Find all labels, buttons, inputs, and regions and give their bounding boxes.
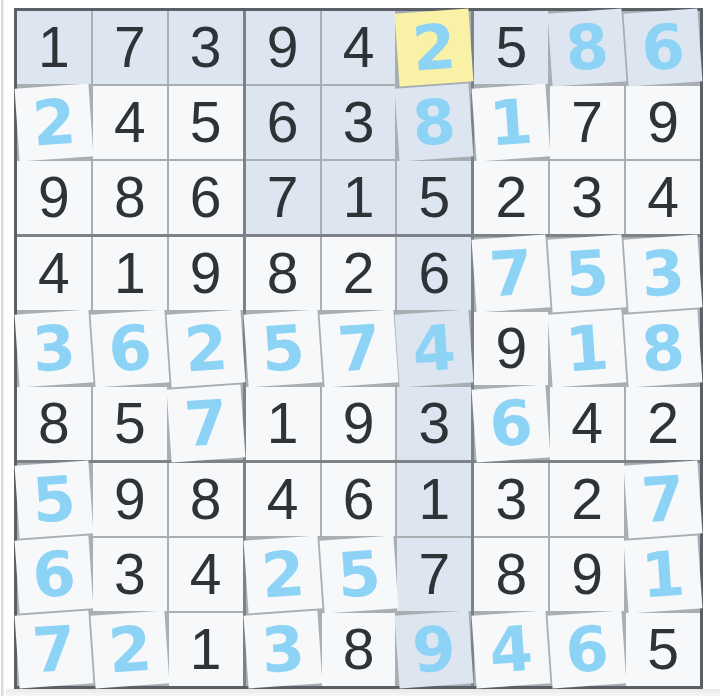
cell-r7c1[interactable]: 5 (15, 461, 94, 539)
cell-r1c8[interactable]: 8 (548, 9, 627, 87)
cell-r4c8[interactable]: 5 (548, 235, 627, 313)
cell-r9c5[interactable]: 8 (322, 613, 396, 686)
cell-r9c3[interactable]: 1 (169, 613, 243, 686)
cell-r9c7[interactable]: 4 (472, 611, 551, 689)
cell-r2c7[interactable]: 1 (472, 84, 551, 162)
cell-r5c7[interactable]: 9 (474, 312, 548, 385)
cell-r1c7[interactable]: 5 (474, 11, 548, 84)
cell-r5c9[interactable]: 8 (624, 310, 703, 388)
cell-r1c4[interactable]: 9 (246, 11, 320, 84)
cell-r2c3[interactable]: 5 (169, 86, 243, 159)
cell-r5c1[interactable]: 3 (15, 310, 94, 388)
cell-r5c6[interactable]: 4 (395, 310, 474, 388)
board-block-5: 826574193 (246, 237, 472, 460)
cell-r3c8[interactable]: 3 (550, 161, 624, 234)
cell-r9c4[interactable]: 3 (243, 611, 322, 689)
cell-r6c8[interactable]: 4 (550, 387, 624, 460)
cell-r9c9[interactable]: 5 (626, 613, 700, 686)
cell-r2c8[interactable]: 7 (550, 86, 624, 159)
board-block-3: 586179234 (474, 11, 700, 234)
cell-r4c7[interactable]: 7 (472, 235, 551, 313)
cell-r7c5[interactable]: 6 (322, 463, 396, 536)
cell-r1c3[interactable]: 3 (169, 11, 243, 84)
cell-r2c2[interactable]: 4 (93, 86, 167, 159)
board-block-7: 598634721 (17, 463, 243, 686)
cell-r7c4[interactable]: 4 (246, 463, 320, 536)
cell-r1c5[interactable]: 4 (322, 11, 396, 84)
cell-r3c1[interactable]: 9 (17, 161, 91, 234)
cell-r5c5[interactable]: 7 (319, 310, 398, 388)
sudoku-board: 173245986 942638715 586179234 419362857 … (14, 8, 703, 689)
cell-r3c4[interactable]: 7 (246, 161, 320, 234)
cell-r6c4[interactable]: 1 (246, 387, 320, 460)
cell-r3c2[interactable]: 8 (93, 161, 167, 234)
cell-r7c9[interactable]: 7 (624, 461, 703, 539)
cell-r3c5[interactable]: 1 (322, 161, 396, 234)
cell-r8c6[interactable]: 7 (397, 538, 471, 611)
cell-r4c1[interactable]: 4 (17, 237, 91, 310)
page-bottom-shadow (6, 689, 720, 696)
cell-r8c1[interactable]: 6 (15, 536, 94, 614)
cell-r7c2[interactable]: 9 (93, 463, 167, 536)
cell-r8c7[interactable]: 8 (474, 538, 548, 611)
cell-r4c9[interactable]: 3 (624, 235, 703, 313)
cell-r6c2[interactable]: 5 (93, 387, 167, 460)
cell-r7c6[interactable]: 1 (397, 463, 471, 536)
cell-r1c1[interactable]: 1 (17, 11, 91, 84)
cell-r8c2[interactable]: 3 (93, 538, 167, 611)
cell-r5c4[interactable]: 5 (243, 310, 322, 388)
cell-r9c2[interactable]: 2 (90, 611, 169, 689)
cell-r4c5[interactable]: 2 (322, 237, 396, 310)
cell-r7c8[interactable]: 2 (550, 463, 624, 536)
cell-r6c1[interactable]: 8 (17, 387, 91, 460)
cell-r3c6[interactable]: 5 (397, 161, 471, 234)
cell-r8c5[interactable]: 5 (319, 536, 398, 614)
cell-r2c5[interactable]: 3 (322, 86, 396, 159)
cell-r8c4[interactable]: 2 (243, 536, 322, 614)
cell-r9c8[interactable]: 6 (548, 611, 627, 689)
board-block-2: 942638715 (246, 11, 472, 234)
cell-r8c9[interactable]: 1 (624, 536, 703, 614)
cell-r6c9[interactable]: 2 (626, 387, 700, 460)
cell-r8c8[interactable]: 9 (550, 538, 624, 611)
cell-r2c6[interactable]: 8 (395, 84, 474, 162)
cell-r2c4[interactable]: 6 (246, 86, 320, 159)
cell-r6c6[interactable]: 3 (397, 387, 471, 460)
cell-r8c3[interactable]: 4 (169, 538, 243, 611)
cell-r4c2[interactable]: 1 (93, 237, 167, 310)
board-block-8: 461257389 (246, 463, 472, 686)
board-block-6: 753918642 (474, 237, 700, 460)
cell-r2c9[interactable]: 9 (626, 86, 700, 159)
cell-r9c1[interactable]: 7 (15, 611, 94, 689)
cell-r9c6[interactable]: 9 (395, 611, 474, 689)
cell-r4c6[interactable]: 6 (397, 237, 471, 310)
cell-r3c9[interactable]: 4 (626, 161, 700, 234)
board-block-4: 419362857 (17, 237, 243, 460)
cell-r4c4[interactable]: 8 (246, 237, 320, 310)
board-block-9: 327891465 (474, 463, 700, 686)
cell-r1c9[interactable]: 6 (624, 9, 703, 87)
cell-r4c3[interactable]: 9 (169, 237, 243, 310)
page-edge-shadow (1, 0, 4, 696)
cell-r6c3[interactable]: 7 (166, 385, 245, 463)
cell-r6c7[interactable]: 6 (472, 385, 551, 463)
cell-r7c3[interactable]: 8 (169, 463, 243, 536)
board-block-1: 173245986 (17, 11, 243, 234)
cell-r5c3[interactable]: 2 (166, 310, 245, 388)
cell-r2c1[interactable]: 2 (15, 84, 94, 162)
cell-r5c2[interactable]: 6 (90, 310, 169, 388)
cell-r3c7[interactable]: 2 (474, 161, 548, 234)
cell-r5c8[interactable]: 1 (548, 310, 627, 388)
cell-r6c5[interactable]: 9 (322, 387, 396, 460)
cell-r7c7[interactable]: 3 (474, 463, 548, 536)
cell-r1c6[interactable]: 2 (395, 9, 474, 87)
cell-r1c2[interactable]: 7 (93, 11, 167, 84)
cell-r3c3[interactable]: 6 (169, 161, 243, 234)
